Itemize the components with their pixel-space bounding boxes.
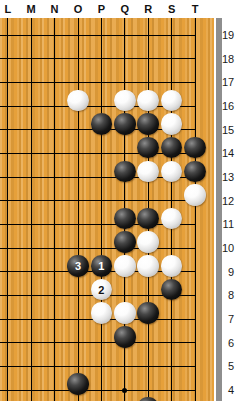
- stone-black-s15[interactable]: [161, 137, 183, 159]
- column-label-p: P: [92, 2, 110, 16]
- stone-black-o10[interactable]: 3: [67, 255, 89, 277]
- row-labels-bar: 19181716151413121110987654: [222, 0, 236, 401]
- move-number-label: 2: [98, 284, 104, 296]
- column-label-t: T: [186, 2, 204, 16]
- column-labels-bar: LMNOPQRST: [0, 0, 236, 18]
- row-label-18: 18: [222, 52, 234, 66]
- row-label-8: 8: [222, 288, 234, 302]
- row-label-6: 6: [222, 336, 234, 350]
- stone-black-r8[interactable]: [137, 302, 159, 324]
- column-label-l: L: [0, 2, 17, 16]
- stone-black-q11[interactable]: [114, 231, 136, 253]
- stone-white-q8[interactable]: [114, 302, 136, 324]
- row-label-16: 16: [222, 99, 234, 113]
- row-label-13: 13: [222, 170, 234, 184]
- stone-white-s16[interactable]: [161, 113, 183, 135]
- stone-black-r15[interactable]: [137, 137, 159, 159]
- column-label-s: S: [163, 2, 181, 16]
- column-label-o: O: [69, 2, 87, 16]
- stone-white-q17[interactable]: [114, 90, 136, 112]
- stone-black-r4[interactable]: [137, 397, 159, 401]
- stone-white-s14[interactable]: [161, 161, 183, 183]
- row-label-10: 10: [222, 241, 234, 255]
- stone-black-o5[interactable]: [67, 373, 89, 395]
- stone-black-q12[interactable]: [114, 208, 136, 230]
- stone-black-q7[interactable]: [114, 326, 136, 348]
- stone-white-r10[interactable]: [137, 255, 159, 277]
- go-board-diagram: LMNOPQRST 19181716151413121110987654 312: [0, 0, 236, 401]
- stone-black-q14[interactable]: [114, 161, 136, 183]
- stone-white-p9[interactable]: 2: [91, 279, 113, 301]
- stone-white-r14[interactable]: [137, 161, 159, 183]
- column-label-n: N: [46, 2, 64, 16]
- move-number-label: 1: [98, 260, 104, 272]
- stone-white-s10[interactable]: [161, 255, 183, 277]
- stone-white-q10[interactable]: [114, 255, 136, 277]
- stone-white-t13[interactable]: [184, 184, 206, 206]
- stone-black-p16[interactable]: [91, 113, 113, 135]
- row-label-17: 17: [222, 75, 234, 89]
- stone-black-p10[interactable]: 1: [91, 255, 113, 277]
- stone-black-t15[interactable]: [184, 137, 206, 159]
- row-label-11: 11: [222, 217, 234, 231]
- column-label-q: Q: [116, 2, 134, 16]
- stone-white-p8[interactable]: [91, 302, 113, 324]
- column-label-r: R: [139, 2, 157, 16]
- row-label-9: 9: [222, 265, 234, 279]
- stone-black-s9[interactable]: [161, 279, 183, 301]
- grid-line-row-19: [0, 35, 196, 36]
- row-label-12: 12: [222, 194, 234, 208]
- stone-white-o17[interactable]: [67, 90, 89, 112]
- column-label-m: M: [22, 2, 40, 16]
- stone-white-s17[interactable]: [161, 90, 183, 112]
- stone-black-q16[interactable]: [114, 113, 136, 135]
- stone-white-r11[interactable]: [137, 231, 159, 253]
- stone-black-r16[interactable]: [137, 113, 159, 135]
- stone-black-t14[interactable]: [184, 161, 206, 183]
- row-label-4: 4: [222, 383, 234, 397]
- stone-white-s12[interactable]: [161, 208, 183, 230]
- row-label-19: 19: [222, 28, 234, 42]
- row-label-15: 15: [222, 123, 234, 137]
- move-number-label: 3: [75, 260, 81, 272]
- stone-white-r17[interactable]: [137, 90, 159, 112]
- board-grid[interactable]: 312: [0, 41, 207, 401]
- row-label-7: 7: [222, 312, 234, 326]
- row-label-5: 5: [222, 359, 234, 373]
- row-label-14: 14: [222, 146, 234, 160]
- stone-black-r12[interactable]: [137, 208, 159, 230]
